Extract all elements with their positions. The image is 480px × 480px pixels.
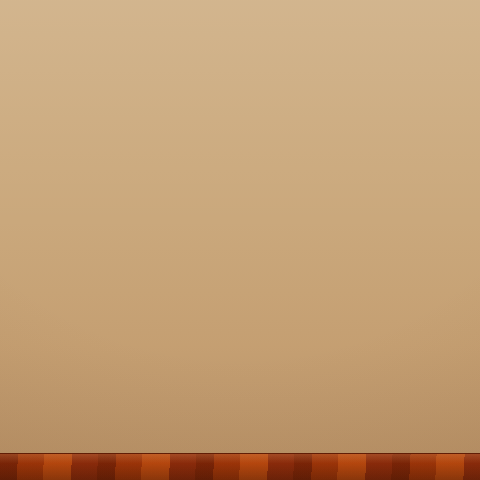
chessboard-photo bbox=[0, 0, 480, 480]
chess-board bbox=[0, 0, 480, 453]
board-frame bbox=[0, 453, 480, 480]
